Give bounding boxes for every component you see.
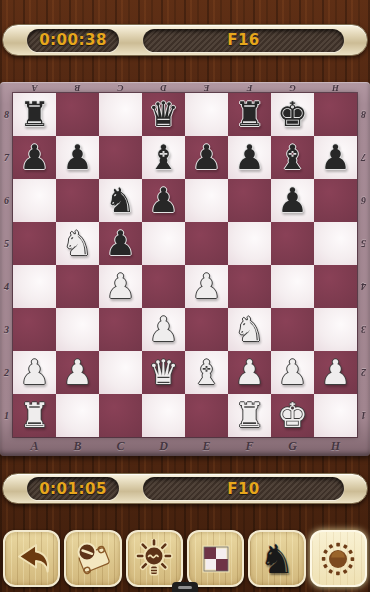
square-d5[interactable] <box>142 222 185 265</box>
piece-white-pawn[interactable]: ♟ <box>320 351 350 394</box>
square-b3[interactable] <box>56 308 99 351</box>
piece-white-king[interactable]: ♚ <box>277 394 307 437</box>
piece-black-pawn[interactable]: ♟ <box>320 136 350 179</box>
file-label-bottom-b: B <box>56 437 99 456</box>
bottom-player-name: F10 <box>227 480 260 498</box>
piece-white-pawn[interactable]: ♟ <box>105 265 135 308</box>
square-d6[interactable]: ♟ <box>142 179 185 222</box>
square-h1[interactable] <box>314 394 357 437</box>
square-e4[interactable]: ♟ <box>185 265 228 308</box>
square-g8[interactable]: ♚ <box>271 93 314 136</box>
piece-white-pawn[interactable]: ♟ <box>234 351 264 394</box>
square-c1[interactable] <box>99 394 142 437</box>
file-label-top-e: E <box>185 82 228 93</box>
square-d7[interactable]: ♝ <box>142 136 185 179</box>
square-d8[interactable]: ♛ <box>142 93 185 136</box>
piece-white-knight[interactable]: ♞ <box>62 222 92 265</box>
options-wheel-icon <box>317 539 359 579</box>
square-c3[interactable] <box>99 308 142 351</box>
rank-label-left-3: 3 <box>0 308 13 351</box>
piece-white-pawn[interactable]: ♟ <box>191 265 221 308</box>
piece-style-button[interactable]: ♞ <box>248 530 305 587</box>
square-e6[interactable] <box>185 179 228 222</box>
piece-white-queen[interactable]: ♛ <box>148 351 178 394</box>
rank-label-right-7: 7 <box>357 136 370 179</box>
file-label-top-b: B <box>56 82 99 93</box>
piece-black-pawn[interactable]: ♟ <box>105 222 135 265</box>
piece-black-pawn[interactable]: ♟ <box>277 179 307 222</box>
bottom-player-clock: 0:01:05 <box>27 477 119 500</box>
undo-button[interactable] <box>3 530 60 587</box>
bottom-player-name-plate: F10 <box>143 477 344 500</box>
rank-label-right-3: 3 <box>357 308 370 351</box>
file-label-bottom-a: A <box>13 437 56 456</box>
square-f4[interactable] <box>228 265 271 308</box>
square-h2[interactable]: ♟ <box>314 351 357 394</box>
square-d3[interactable]: ♟ <box>142 308 185 351</box>
square-f8[interactable]: ♜ <box>228 93 271 136</box>
square-h5[interactable] <box>314 222 357 265</box>
rank-label-right-2: 2 <box>357 351 370 394</box>
rank-label-right-4: 4 <box>357 265 370 308</box>
square-c7[interactable] <box>99 136 142 179</box>
square-c6[interactable]: ♞ <box>99 179 142 222</box>
square-g3[interactable] <box>271 308 314 351</box>
piece-black-bishop[interactable]: ♝ <box>277 136 307 179</box>
square-g5[interactable] <box>271 222 314 265</box>
square-a4[interactable] <box>13 265 56 308</box>
square-f5[interactable] <box>228 222 271 265</box>
rank-labels-right: 87654321 <box>357 93 370 437</box>
piece-black-pawn[interactable]: ♟ <box>191 136 221 179</box>
rank-label-left-8: 8 <box>0 93 13 136</box>
piece-black-bishop[interactable]: ♝ <box>148 136 178 179</box>
square-a7[interactable]: ♟ <box>13 136 56 179</box>
square-b4[interactable] <box>56 265 99 308</box>
square-d2[interactable]: ♛ <box>142 351 185 394</box>
square-g7[interactable]: ♝ <box>271 136 314 179</box>
bottom-player-bar: 0:01:05 F10 <box>2 473 368 504</box>
piece-white-pawn[interactable]: ♟ <box>277 351 307 394</box>
square-b6[interactable] <box>56 179 99 222</box>
square-f6[interactable] <box>228 179 271 222</box>
file-label-top-f: F <box>228 82 271 93</box>
top-player-name: F16 <box>227 31 260 49</box>
square-f3[interactable]: ♞ <box>228 308 271 351</box>
board-style-button[interactable] <box>187 530 244 587</box>
piece-black-pawn[interactable]: ♟ <box>234 136 264 179</box>
square-c5[interactable]: ♟ <box>99 222 142 265</box>
square-b5[interactable]: ♞ <box>56 222 99 265</box>
square-a3[interactable] <box>13 308 56 351</box>
square-a6[interactable] <box>13 179 56 222</box>
top-player-bar: 0:00:38 F16 <box>2 24 368 56</box>
undo-arrow-icon <box>11 539 53 579</box>
file-labels-top: ABCDEFGH <box>13 82 357 93</box>
piece-black-king[interactable]: ♚ <box>277 93 307 136</box>
square-b1[interactable] <box>56 394 99 437</box>
rank-label-left-6: 6 <box>0 179 13 222</box>
file-labels-bottom: ABCDEFGH <box>13 437 357 456</box>
square-c8[interactable] <box>99 93 142 136</box>
rank-label-left-7: 7 <box>0 136 13 179</box>
square-g4[interactable] <box>271 265 314 308</box>
square-g6[interactable]: ♟ <box>271 179 314 222</box>
square-a1[interactable]: ♜ <box>13 394 56 437</box>
move-list-button[interactable] <box>64 530 121 587</box>
square-f7[interactable]: ♟ <box>228 136 271 179</box>
file-label-bottom-h: H <box>314 437 357 456</box>
file-label-bottom-f: F <box>228 437 271 456</box>
piece-black-rook[interactable]: ♜ <box>234 93 264 136</box>
black-knight-icon: ♞ <box>259 539 295 579</box>
file-label-top-c: C <box>99 82 142 93</box>
toolbar: ♞ <box>0 530 370 588</box>
system-gesture-pill[interactable] <box>172 582 198 592</box>
file-label-bottom-c: C <box>99 437 142 456</box>
file-label-top-g: G <box>271 82 314 93</box>
file-label-top-h: H <box>314 82 357 93</box>
top-player-name-plate: F16 <box>143 29 344 52</box>
square-e1[interactable] <box>185 394 228 437</box>
chess-app-screen: 0:00:38 F16 ABCDEFGH 87654321 ♜♛♜♚♟♟♝♟♟♝… <box>0 0 370 592</box>
file-label-top-a: A <box>13 82 56 93</box>
square-f2[interactable]: ♟ <box>228 351 271 394</box>
square-g1[interactable]: ♚ <box>271 394 314 437</box>
square-h8[interactable] <box>314 93 357 136</box>
file-label-bottom-d: D <box>142 437 185 456</box>
rank-label-right-1: 1 <box>357 394 370 437</box>
square-h6[interactable] <box>314 179 357 222</box>
piece-white-bishop[interactable]: ♝ <box>191 351 221 394</box>
rank-label-right-5: 5 <box>357 222 370 265</box>
rank-labels-left: 87654321 <box>0 93 13 437</box>
rank-label-right-6: 6 <box>357 179 370 222</box>
rank-label-left-4: 4 <box>0 265 13 308</box>
square-c2[interactable] <box>99 351 142 394</box>
hint-button[interactable] <box>126 530 183 587</box>
square-b2[interactable]: ♟ <box>56 351 99 394</box>
square-e8[interactable] <box>185 93 228 136</box>
piece-white-knight[interactable]: ♞ <box>234 308 264 351</box>
square-e5[interactable] <box>185 222 228 265</box>
square-h4[interactable] <box>314 265 357 308</box>
piece-black-rook[interactable]: ♜ <box>19 93 49 136</box>
square-e3[interactable] <box>185 308 228 351</box>
square-e7[interactable]: ♟ <box>185 136 228 179</box>
piece-white-rook[interactable]: ♜ <box>234 394 264 437</box>
gesture-pill-bar <box>178 586 192 589</box>
options-button[interactable] <box>310 530 367 587</box>
piece-white-pawn[interactable]: ♟ <box>19 351 49 394</box>
piece-black-queen[interactable]: ♛ <box>148 93 178 136</box>
rank-label-right-8: 8 <box>357 93 370 136</box>
square-f1[interactable]: ♜ <box>228 394 271 437</box>
bottom-clock-text: 0:01:05 <box>39 480 107 498</box>
piece-black-pawn[interactable]: ♟ <box>148 179 178 222</box>
square-a2[interactable]: ♟ <box>13 351 56 394</box>
file-label-bottom-e: E <box>185 437 228 456</box>
piece-white-rook[interactable]: ♜ <box>19 394 49 437</box>
moves-scroll-clock-icon <box>72 539 114 579</box>
file-label-top-d: D <box>142 82 185 93</box>
piece-black-pawn[interactable]: ♟ <box>19 136 49 179</box>
rank-label-left-1: 1 <box>0 394 13 437</box>
square-e2[interactable]: ♝ <box>185 351 228 394</box>
square-d4[interactable] <box>142 265 185 308</box>
square-d1[interactable] <box>142 394 185 437</box>
hint-bulb-icon <box>133 539 175 579</box>
piece-white-pawn[interactable]: ♟ <box>148 308 178 351</box>
chess-board: ♜♛♜♚♟♟♝♟♟♝♟♞♟♟♞♟♟♟♟♞♟♟♛♝♟♟♟♜♜♚ <box>13 93 357 437</box>
square-c4[interactable]: ♟ <box>99 265 142 308</box>
top-clock-text: 0:00:38 <box>39 31 107 49</box>
rank-label-left-5: 5 <box>0 222 13 265</box>
square-b7[interactable]: ♟ <box>56 136 99 179</box>
square-h3[interactable] <box>314 308 357 351</box>
square-b8[interactable] <box>56 93 99 136</box>
square-h7[interactable]: ♟ <box>314 136 357 179</box>
file-label-bottom-g: G <box>271 437 314 456</box>
square-a5[interactable] <box>13 222 56 265</box>
square-g2[interactable]: ♟ <box>271 351 314 394</box>
square-a8[interactable]: ♜ <box>13 93 56 136</box>
top-player-clock: 0:00:38 <box>27 29 119 52</box>
checkerboard-icon <box>195 539 237 579</box>
rank-label-left-2: 2 <box>0 351 13 394</box>
piece-black-knight[interactable]: ♞ <box>105 179 135 222</box>
piece-white-pawn[interactable]: ♟ <box>62 351 92 394</box>
chess-board-frame: ABCDEFGH 87654321 ♜♛♜♚♟♟♝♟♟♝♟♞♟♟♞♟♟♟♟♞♟♟… <box>0 82 370 456</box>
piece-black-pawn[interactable]: ♟ <box>62 136 92 179</box>
